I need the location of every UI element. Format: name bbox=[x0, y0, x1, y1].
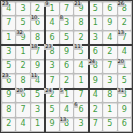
cage-sum: 32 bbox=[15, 30, 23, 36]
cell-r1c6[interactable]: 1 bbox=[89, 16, 102, 29]
cell-r2c3[interactable]: 6 bbox=[45, 31, 58, 44]
cell-r4c0[interactable]: 5 bbox=[2, 60, 15, 73]
cage-sum: 20 bbox=[117, 59, 125, 65]
cage-sum: 21 bbox=[73, 1, 81, 7]
cell-digit: 5 bbox=[21, 19, 26, 27]
cage-sum: 20 bbox=[15, 88, 23, 94]
cell-digit: 6 bbox=[122, 120, 127, 128]
cell-digit: 3 bbox=[50, 62, 55, 70]
cell-r4c4[interactable]: 6 bbox=[60, 60, 73, 73]
cage-sum: 11 bbox=[30, 73, 38, 79]
cage-sum: 13 bbox=[59, 117, 67, 123]
cell-digit: 1 bbox=[78, 77, 83, 85]
cell-digit: 5 bbox=[35, 91, 40, 99]
cell-r0c2[interactable]: 2 bbox=[31, 2, 44, 15]
cell-digit: 9 bbox=[122, 106, 127, 114]
cell-digit: 9 bbox=[64, 48, 69, 56]
cell-r2c5[interactable]: 2 bbox=[74, 31, 87, 44]
cell-r2c4[interactable]: 5 bbox=[60, 31, 73, 44]
cage-sum: 23 bbox=[44, 44, 52, 50]
cell-digit: 7 bbox=[107, 62, 112, 70]
cell-r3c8[interactable]: 4 bbox=[118, 45, 131, 58]
cell-digit: 6 bbox=[93, 48, 98, 56]
cell-digit: 3 bbox=[78, 120, 83, 128]
cell-digit: 8 bbox=[107, 91, 112, 99]
cell-digit: 1 bbox=[107, 106, 112, 114]
cell-digit: 9 bbox=[6, 91, 11, 99]
cell-digit: 3 bbox=[93, 34, 98, 42]
cell-digit: 2 bbox=[93, 106, 98, 114]
cell-r4c8[interactable]: 201 bbox=[118, 60, 131, 73]
cell-r6c3[interactable]: 242 bbox=[45, 89, 58, 102]
cell-r6c1[interactable]: 206 bbox=[16, 89, 29, 102]
cell-digit: 1 bbox=[21, 48, 26, 56]
cell-r0c0[interactable]: 234 bbox=[2, 2, 15, 15]
cell-digit: 6 bbox=[64, 62, 69, 70]
cell-r4c7[interactable]: 7 bbox=[103, 60, 116, 73]
cell-digit: 2 bbox=[78, 34, 83, 42]
cell-r2c6[interactable]: 3 bbox=[89, 31, 102, 44]
cell-r5c4[interactable]: 2 bbox=[60, 74, 73, 87]
cell-digit: 5 bbox=[6, 62, 11, 70]
cell-digit: 4 bbox=[64, 106, 69, 114]
cell-digit: 4 bbox=[93, 91, 98, 99]
cell-digit: 4 bbox=[21, 120, 26, 128]
cell-r6c7[interactable]: 8 bbox=[103, 89, 116, 102]
cell-r2c0[interactable]: 1 bbox=[2, 31, 15, 44]
cell-digit: 7 bbox=[21, 106, 26, 114]
cage-sum: 24 bbox=[88, 59, 96, 65]
cell-digit: 8 bbox=[21, 77, 26, 85]
cell-digit: 7 bbox=[78, 91, 83, 99]
cage-sum: 8 bbox=[59, 15, 64, 21]
cell-digit: 4 bbox=[122, 48, 127, 56]
cell-digit: 1 bbox=[93, 19, 98, 27]
cell-digit: 1 bbox=[6, 34, 11, 42]
cell-digit: 8 bbox=[78, 19, 83, 27]
cell-digit: 7 bbox=[64, 5, 69, 13]
cell-r0c5[interactable]: 219 bbox=[74, 2, 87, 15]
cell-r4c6[interactable]: 248 bbox=[89, 60, 102, 73]
cage-sum: 9 bbox=[44, 1, 49, 7]
cell-digit: 9 bbox=[50, 120, 55, 128]
cell-r8c1[interactable]: 4 bbox=[16, 118, 29, 131]
cell-r8c7[interactable]: 5 bbox=[103, 118, 116, 131]
cell-r5c3[interactable]: 7 bbox=[45, 74, 58, 87]
cell-r0c6[interactable]: 5 bbox=[89, 2, 102, 15]
cell-r3c3[interactable]: 238 bbox=[45, 45, 58, 58]
cell-digit: 4 bbox=[107, 34, 112, 42]
cell-digit: 5 bbox=[122, 77, 127, 85]
cell-digit: 1 bbox=[50, 5, 55, 13]
cage-sum: 11 bbox=[73, 44, 81, 50]
cell-r0c7[interactable]: 6 bbox=[103, 2, 116, 15]
cage-sum: 6 bbox=[73, 102, 78, 108]
cell-digit: 2 bbox=[6, 120, 11, 128]
cell-digit: 7 bbox=[93, 120, 98, 128]
cell-r2c8[interactable]: 137 bbox=[118, 31, 131, 44]
cell-digit: 1 bbox=[35, 120, 40, 128]
cell-r3c1[interactable]: 1 bbox=[16, 45, 29, 58]
cell-r1c7[interactable]: 9 bbox=[103, 16, 116, 29]
cell-r1c2[interactable]: 106 bbox=[31, 16, 44, 29]
cell-r8c4[interactable]: 138 bbox=[60, 118, 73, 131]
cell-r1c1[interactable]: 5 bbox=[16, 16, 29, 29]
cell-r1c4[interactable]: 83 bbox=[60, 16, 73, 29]
cell-digit: 7 bbox=[6, 19, 11, 27]
cell-digit: 9 bbox=[35, 62, 40, 70]
cell-digit: 8 bbox=[35, 34, 40, 42]
cage-sum: 10 bbox=[30, 15, 38, 21]
cell-r5c1[interactable]: 8 bbox=[16, 74, 29, 87]
cell-r5c0[interactable]: 236 bbox=[2, 74, 15, 87]
cell-r3c7[interactable]: 2 bbox=[103, 45, 116, 58]
cell-digit: 9 bbox=[107, 19, 112, 27]
cell-digit: 1 bbox=[64, 91, 69, 99]
cell-r7c7[interactable]: 1 bbox=[103, 103, 116, 116]
cage-sum: 5 bbox=[59, 88, 64, 94]
cell-r4c2[interactable]: 9 bbox=[31, 60, 44, 73]
cage-sum: 18 bbox=[30, 44, 38, 50]
cell-digit: 9 bbox=[93, 77, 98, 85]
cell-digit: 6 bbox=[50, 34, 55, 42]
cell-digit: 3 bbox=[21, 5, 26, 13]
cell-digit: 6 bbox=[107, 5, 112, 13]
cage-sum: 13 bbox=[117, 30, 125, 36]
cell-digit: 5 bbox=[107, 120, 112, 128]
cell-r8c2[interactable]: 1 bbox=[31, 118, 44, 131]
cell-r7c8[interactable]: 9 bbox=[118, 103, 131, 116]
cell-digit: 5 bbox=[93, 5, 98, 13]
cell-digit: 5 bbox=[64, 34, 69, 42]
cell-r6c6[interactable]: 4 bbox=[89, 89, 102, 102]
cell-r2c2[interactable]: 8 bbox=[31, 31, 44, 44]
cell-r8c0[interactable]: 2 bbox=[2, 118, 15, 131]
cell-digit: 4 bbox=[50, 19, 55, 27]
cell-digit: 2 bbox=[107, 48, 112, 56]
cage-sum: 23 bbox=[1, 73, 9, 79]
killer-sudoku-board: 2343291721956268751064838192132986523413… bbox=[0, 0, 133, 133]
cage-sum: 26 bbox=[117, 1, 125, 7]
cell-r6c2[interactable]: 5 bbox=[31, 89, 44, 102]
cell-digit: 3 bbox=[107, 77, 112, 85]
cell-r5c8[interactable]: 5 bbox=[118, 74, 131, 87]
cell-r0c3[interactable]: 91 bbox=[45, 2, 58, 15]
cell-digit: 3 bbox=[64, 19, 69, 27]
cell-r0c8[interactable]: 268 bbox=[118, 2, 131, 15]
cage-sum: 31 bbox=[117, 88, 125, 94]
cell-r8c6[interactable]: 7 bbox=[89, 118, 102, 131]
cell-r5c5[interactable]: 1 bbox=[74, 74, 87, 87]
cell-r2c7[interactable]: 4 bbox=[103, 31, 116, 44]
cell-digit: 6 bbox=[78, 106, 83, 114]
cell-digit: 3 bbox=[35, 106, 40, 114]
cell-r3c5[interactable]: 115 bbox=[74, 45, 87, 58]
cell-digit: 7 bbox=[50, 77, 55, 85]
cell-r8c8[interactable]: 6 bbox=[118, 118, 131, 131]
cell-r5c7[interactable]: 3 bbox=[103, 74, 116, 87]
cell-digit: 4 bbox=[78, 62, 83, 70]
cell-r6c0[interactable]: 9 bbox=[2, 89, 15, 102]
cage-sum: 24 bbox=[44, 88, 52, 94]
cell-r0c1[interactable]: 3 bbox=[16, 2, 29, 15]
cell-r1c8[interactable]: 2 bbox=[118, 16, 131, 29]
cell-digit: 2 bbox=[122, 19, 127, 27]
cell-r2c1[interactable]: 329 bbox=[16, 31, 29, 44]
cell-r7c5[interactable]: 66 bbox=[74, 103, 87, 116]
cell-r4c5[interactable]: 4 bbox=[74, 60, 87, 73]
cell-r0c4[interactable]: 7 bbox=[60, 2, 73, 15]
cell-r8c3[interactable]: 9 bbox=[45, 118, 58, 131]
cage-sum: 23 bbox=[1, 1, 9, 7]
cell-r6c4[interactable]: 51 bbox=[60, 89, 73, 102]
cell-digit: 3 bbox=[6, 48, 11, 56]
cell-r1c5[interactable]: 8 bbox=[74, 16, 87, 29]
cell-r7c3[interactable]: 5 bbox=[45, 103, 58, 116]
cell-r5c2[interactable]: 114 bbox=[31, 74, 44, 87]
cell-digit: 8 bbox=[6, 106, 11, 114]
cell-digit: 2 bbox=[21, 62, 26, 70]
cell-r3c6[interactable]: 6 bbox=[89, 45, 102, 58]
cell-r8c5[interactable]: 3 bbox=[74, 118, 87, 131]
cell-r3c2[interactable]: 187 bbox=[31, 45, 44, 58]
cell-r3c4[interactable]: 9 bbox=[60, 45, 73, 58]
cell-digit: 2 bbox=[35, 5, 40, 13]
cell-r4c3[interactable]: 3 bbox=[45, 60, 58, 73]
cell-r7c2[interactable]: 3 bbox=[31, 103, 44, 116]
cell-r7c1[interactable]: 7 bbox=[16, 103, 29, 116]
cell-r4c1[interactable]: 2 bbox=[16, 60, 29, 73]
cell-r6c5[interactable]: 7 bbox=[74, 89, 87, 102]
cell-r6c8[interactable]: 313 bbox=[118, 89, 131, 102]
cell-r7c0[interactable]: 8 bbox=[2, 103, 15, 116]
cell-r1c3[interactable]: 4 bbox=[45, 16, 58, 29]
cell-r1c0[interactable]: 7 bbox=[2, 16, 15, 29]
cell-r5c6[interactable]: 9 bbox=[89, 74, 102, 87]
cell-r7c6[interactable]: 2 bbox=[89, 103, 102, 116]
cell-digit: 2 bbox=[64, 77, 69, 85]
cell-r3c0[interactable]: 3 bbox=[2, 45, 15, 58]
cell-digit: 5 bbox=[50, 106, 55, 114]
cell-r7c4[interactable]: 4 bbox=[60, 103, 73, 116]
